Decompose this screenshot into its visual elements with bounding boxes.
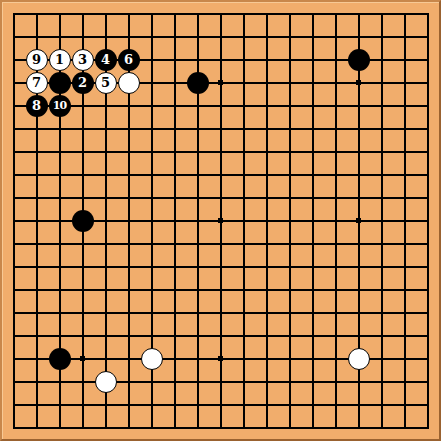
intersection — [25, 370, 48, 393]
intersection — [278, 209, 301, 232]
intersection — [186, 209, 209, 232]
intersection — [117, 94, 140, 117]
intersection — [94, 25, 117, 48]
intersection — [94, 416, 117, 439]
intersection — [255, 71, 278, 94]
white-stone — [348, 348, 370, 370]
intersection — [48, 209, 71, 232]
intersection — [71, 25, 94, 48]
intersection — [347, 48, 370, 71]
intersection — [370, 117, 393, 140]
intersection — [232, 140, 255, 163]
intersection — [301, 209, 324, 232]
intersection — [301, 347, 324, 370]
intersection — [232, 232, 255, 255]
intersection — [2, 393, 25, 416]
intersection — [324, 140, 347, 163]
intersection — [48, 232, 71, 255]
intersection — [301, 301, 324, 324]
intersection — [2, 25, 25, 48]
intersection — [48, 255, 71, 278]
intersection — [255, 140, 278, 163]
intersection — [140, 232, 163, 255]
intersection — [209, 416, 232, 439]
intersection — [163, 301, 186, 324]
intersection — [71, 278, 94, 301]
star-point — [218, 218, 223, 223]
intersection — [94, 347, 117, 370]
intersection — [393, 94, 416, 117]
intersection — [186, 324, 209, 347]
intersection — [71, 324, 94, 347]
intersection — [416, 255, 439, 278]
intersection — [209, 2, 232, 25]
black-stone — [348, 49, 370, 71]
intersection — [25, 25, 48, 48]
intersection — [416, 140, 439, 163]
intersection — [232, 416, 255, 439]
intersection — [324, 324, 347, 347]
intersection — [48, 140, 71, 163]
intersection — [71, 94, 94, 117]
intersection — [347, 25, 370, 48]
intersection — [140, 140, 163, 163]
intersection — [117, 301, 140, 324]
white-stone — [141, 348, 163, 370]
intersection — [71, 301, 94, 324]
intersection — [416, 232, 439, 255]
intersection — [347, 94, 370, 117]
intersection — [2, 94, 25, 117]
intersection — [2, 370, 25, 393]
intersection — [232, 301, 255, 324]
intersection — [209, 393, 232, 416]
star-point — [218, 80, 223, 85]
intersection — [416, 393, 439, 416]
intersection — [370, 209, 393, 232]
intersection — [2, 416, 25, 439]
intersection — [209, 186, 232, 209]
intersection — [186, 94, 209, 117]
intersection — [163, 186, 186, 209]
intersection — [94, 370, 117, 393]
intersection — [140, 255, 163, 278]
intersection — [393, 71, 416, 94]
intersection — [278, 94, 301, 117]
intersection — [140, 25, 163, 48]
intersection — [94, 209, 117, 232]
intersection — [324, 25, 347, 48]
intersection — [117, 278, 140, 301]
intersection — [393, 393, 416, 416]
intersection — [209, 71, 232, 94]
intersection — [324, 301, 347, 324]
white-stone — [118, 72, 140, 94]
intersection — [117, 117, 140, 140]
intersection — [301, 324, 324, 347]
intersection — [48, 416, 71, 439]
black-stone-move-2: 2 — [72, 72, 94, 94]
intersection — [255, 48, 278, 71]
intersection — [163, 278, 186, 301]
intersection — [278, 416, 301, 439]
intersection — [416, 209, 439, 232]
intersection — [94, 140, 117, 163]
intersection — [117, 232, 140, 255]
intersection — [393, 25, 416, 48]
intersection — [370, 393, 393, 416]
intersection — [393, 347, 416, 370]
intersection — [278, 393, 301, 416]
intersection — [278, 186, 301, 209]
black-stone-move-6: 6 — [118, 49, 140, 71]
intersection — [25, 117, 48, 140]
intersection — [140, 2, 163, 25]
intersection — [416, 163, 439, 186]
intersection — [25, 324, 48, 347]
intersection — [232, 370, 255, 393]
intersection — [186, 48, 209, 71]
intersection — [324, 117, 347, 140]
intersection — [2, 301, 25, 324]
intersection — [25, 255, 48, 278]
intersection — [71, 370, 94, 393]
intersection — [186, 2, 209, 25]
intersection — [163, 163, 186, 186]
intersection — [186, 163, 209, 186]
star-point — [356, 80, 361, 85]
intersection — [48, 324, 71, 347]
intersection — [232, 209, 255, 232]
go-board: 91346725810 — [0, 0, 441, 441]
intersection — [393, 278, 416, 301]
intersection — [255, 324, 278, 347]
intersection: 9 — [25, 48, 48, 71]
intersection — [324, 209, 347, 232]
intersection — [71, 2, 94, 25]
intersection — [370, 416, 393, 439]
intersection — [117, 324, 140, 347]
intersection — [255, 301, 278, 324]
intersection — [71, 186, 94, 209]
intersection — [393, 209, 416, 232]
intersection — [94, 2, 117, 25]
intersection — [140, 94, 163, 117]
intersection — [2, 347, 25, 370]
intersection — [163, 324, 186, 347]
intersection — [278, 347, 301, 370]
star-point — [218, 356, 223, 361]
intersection — [117, 25, 140, 48]
intersection — [232, 25, 255, 48]
intersection — [209, 209, 232, 232]
intersection — [48, 163, 71, 186]
intersection — [117, 370, 140, 393]
white-stone-move-1: 1 — [49, 49, 71, 71]
intersection — [301, 278, 324, 301]
intersection — [278, 232, 301, 255]
intersection — [94, 278, 117, 301]
intersection — [301, 393, 324, 416]
intersection — [25, 416, 48, 439]
intersection — [301, 71, 324, 94]
intersection — [301, 48, 324, 71]
intersection — [25, 209, 48, 232]
intersection — [186, 71, 209, 94]
intersection — [370, 94, 393, 117]
intersection — [278, 2, 301, 25]
intersection — [163, 416, 186, 439]
intersection — [25, 232, 48, 255]
intersection — [255, 2, 278, 25]
intersection — [393, 301, 416, 324]
intersection — [278, 278, 301, 301]
intersection — [393, 117, 416, 140]
intersection — [278, 324, 301, 347]
intersection — [163, 232, 186, 255]
intersection — [25, 347, 48, 370]
intersection — [255, 370, 278, 393]
intersection: 6 — [117, 48, 140, 71]
intersection — [2, 255, 25, 278]
intersection — [140, 186, 163, 209]
intersection — [117, 163, 140, 186]
intersection — [232, 71, 255, 94]
intersection — [301, 140, 324, 163]
intersection — [25, 140, 48, 163]
intersection — [48, 370, 71, 393]
intersection — [393, 416, 416, 439]
intersection: 5 — [94, 71, 117, 94]
white-stone-move-3: 3 — [72, 49, 94, 71]
intersection — [117, 140, 140, 163]
white-stone — [95, 371, 117, 393]
black-stone-move-4: 4 — [95, 49, 117, 71]
intersection — [48, 25, 71, 48]
intersection — [48, 347, 71, 370]
intersection — [324, 370, 347, 393]
intersection — [48, 278, 71, 301]
intersection — [94, 301, 117, 324]
intersection — [71, 209, 94, 232]
intersection — [370, 347, 393, 370]
intersection — [117, 209, 140, 232]
star-point — [356, 218, 361, 223]
intersection — [416, 25, 439, 48]
intersection — [324, 48, 347, 71]
intersection — [255, 347, 278, 370]
intersection — [163, 48, 186, 71]
intersection — [324, 186, 347, 209]
intersection — [94, 117, 117, 140]
intersection — [232, 255, 255, 278]
intersection — [25, 163, 48, 186]
intersection — [324, 94, 347, 117]
intersection — [48, 186, 71, 209]
black-stone-move-8: 8 — [26, 95, 48, 117]
intersection — [301, 232, 324, 255]
intersection — [301, 186, 324, 209]
intersection — [324, 393, 347, 416]
intersection — [94, 393, 117, 416]
black-stone-move-10: 10 — [49, 95, 71, 117]
intersection — [232, 347, 255, 370]
intersection — [163, 255, 186, 278]
intersection — [163, 25, 186, 48]
intersection — [278, 71, 301, 94]
intersection — [232, 324, 255, 347]
star-point — [80, 356, 85, 361]
intersection — [2, 209, 25, 232]
intersection — [347, 278, 370, 301]
intersection — [209, 301, 232, 324]
black-stone — [49, 348, 71, 370]
intersection — [94, 255, 117, 278]
intersection — [393, 324, 416, 347]
intersection — [324, 416, 347, 439]
intersection — [255, 117, 278, 140]
intersection — [347, 347, 370, 370]
intersection — [347, 71, 370, 94]
intersection — [347, 186, 370, 209]
intersection — [2, 71, 25, 94]
intersection — [2, 278, 25, 301]
intersection — [255, 25, 278, 48]
intersection — [209, 278, 232, 301]
intersection — [347, 416, 370, 439]
intersection — [2, 140, 25, 163]
intersection — [416, 278, 439, 301]
intersection — [48, 117, 71, 140]
intersection — [186, 232, 209, 255]
intersection — [370, 324, 393, 347]
intersection — [278, 163, 301, 186]
intersection — [71, 416, 94, 439]
intersection — [163, 370, 186, 393]
intersection — [209, 324, 232, 347]
intersection — [255, 278, 278, 301]
intersection — [140, 324, 163, 347]
intersection — [324, 255, 347, 278]
intersection — [301, 370, 324, 393]
intersection — [324, 232, 347, 255]
intersection — [140, 347, 163, 370]
intersection: 10 — [48, 94, 71, 117]
intersection — [209, 117, 232, 140]
intersection — [209, 140, 232, 163]
intersection — [48, 71, 71, 94]
intersection — [324, 2, 347, 25]
intersection — [71, 163, 94, 186]
intersection — [393, 232, 416, 255]
white-stone-move-9: 9 — [26, 49, 48, 71]
intersection — [94, 324, 117, 347]
intersection — [209, 255, 232, 278]
intersection — [278, 255, 301, 278]
intersection — [25, 393, 48, 416]
intersection — [324, 278, 347, 301]
white-stone-move-5: 5 — [95, 72, 117, 94]
intersection — [370, 301, 393, 324]
intersection — [140, 163, 163, 186]
intersection — [48, 2, 71, 25]
intersection — [71, 117, 94, 140]
intersection — [301, 94, 324, 117]
intersection — [2, 163, 25, 186]
intersection: 1 — [48, 48, 71, 71]
black-stone — [187, 72, 209, 94]
intersection — [393, 370, 416, 393]
intersection — [140, 393, 163, 416]
intersection — [347, 370, 370, 393]
intersection — [71, 140, 94, 163]
intersection — [117, 393, 140, 416]
intersection — [117, 416, 140, 439]
intersection — [416, 324, 439, 347]
intersection — [186, 301, 209, 324]
intersection — [186, 347, 209, 370]
intersection — [117, 186, 140, 209]
intersection — [301, 25, 324, 48]
intersection — [232, 393, 255, 416]
intersection — [140, 370, 163, 393]
intersection — [163, 393, 186, 416]
intersection — [94, 163, 117, 186]
intersection — [347, 140, 370, 163]
intersection — [140, 209, 163, 232]
intersection — [393, 48, 416, 71]
intersection — [232, 117, 255, 140]
intersection — [255, 232, 278, 255]
intersection — [278, 48, 301, 71]
intersection — [301, 163, 324, 186]
intersection — [163, 117, 186, 140]
intersection — [25, 186, 48, 209]
intersection — [94, 232, 117, 255]
intersection — [71, 232, 94, 255]
intersection — [393, 163, 416, 186]
intersection — [278, 301, 301, 324]
intersection — [186, 278, 209, 301]
intersection — [48, 301, 71, 324]
intersection — [278, 25, 301, 48]
intersection — [2, 186, 25, 209]
intersection — [163, 94, 186, 117]
intersection — [347, 232, 370, 255]
intersection — [209, 25, 232, 48]
intersection — [255, 393, 278, 416]
intersection — [94, 94, 117, 117]
intersection — [209, 232, 232, 255]
intersection — [370, 232, 393, 255]
intersection — [140, 278, 163, 301]
intersection — [2, 232, 25, 255]
intersection — [25, 278, 48, 301]
intersection — [140, 301, 163, 324]
intersection — [416, 301, 439, 324]
intersection — [324, 347, 347, 370]
intersection — [347, 209, 370, 232]
intersection — [232, 94, 255, 117]
intersection — [347, 117, 370, 140]
intersection — [301, 2, 324, 25]
intersection — [393, 255, 416, 278]
intersection — [186, 416, 209, 439]
intersection: 2 — [71, 71, 94, 94]
intersection — [232, 2, 255, 25]
intersection — [370, 140, 393, 163]
intersection — [25, 301, 48, 324]
